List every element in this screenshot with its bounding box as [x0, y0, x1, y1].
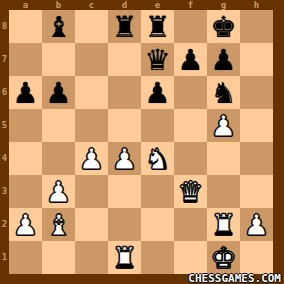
file-label-d: d [108, 0, 141, 10]
square-h3[interactable] [240, 175, 273, 208]
square-a8[interactable] [9, 10, 42, 43]
rank-label-4: 4 [0, 142, 9, 175]
square-g4[interactable] [207, 142, 240, 175]
square-d6[interactable] [108, 76, 141, 109]
square-b2[interactable]: ♝ [42, 208, 75, 241]
piece-white-pawn-h2: ♟ [240, 208, 273, 241]
square-b1[interactable] [42, 241, 75, 274]
square-h7[interactable] [240, 43, 273, 76]
piece-white-queen-f3: ♛ [174, 175, 207, 208]
square-e4[interactable]: ♞ [141, 142, 174, 175]
piece-black-pawn-b6: ♟ [42, 76, 75, 109]
piece-white-pawn-d4: ♟ [108, 142, 141, 175]
piece-black-queen-e7: ♛ [141, 43, 174, 76]
square-e5[interactable] [141, 109, 174, 142]
piece-white-pawn-a2: ♟ [9, 208, 42, 241]
square-h4[interactable] [240, 142, 273, 175]
square-e6[interactable]: ♟ [141, 76, 174, 109]
square-g7[interactable]: ♟ [207, 43, 240, 76]
piece-white-bishop-b2: ♝ [42, 208, 75, 241]
file-label-h: h [240, 0, 273, 10]
piece-white-pawn-b3: ♟ [42, 175, 75, 208]
file-label-f: f [174, 0, 207, 10]
piece-black-rook-d8: ♜ [108, 10, 141, 43]
square-g6[interactable]: ♞ [207, 76, 240, 109]
square-c7[interactable] [75, 43, 108, 76]
square-c1[interactable] [75, 241, 108, 274]
square-d1[interactable]: ♜ [108, 241, 141, 274]
square-f2[interactable] [174, 208, 207, 241]
square-b7[interactable] [42, 43, 75, 76]
rank-label-1: 1 [0, 241, 9, 274]
square-h2[interactable]: ♟ [240, 208, 273, 241]
chess-board-frame: abcdefgh 87654321 ♝♜♜♚♛♟♟♟♟♟♞♟♟♟♞♟♛♟♝♜♟♜… [0, 0, 284, 284]
square-g1[interactable]: ♚ [207, 241, 240, 274]
square-b3[interactable]: ♟ [42, 175, 75, 208]
rank-label-2: 2 [0, 208, 9, 241]
rank-label-8: 8 [0, 10, 9, 43]
square-g2[interactable]: ♜ [207, 208, 240, 241]
piece-black-rook-e8: ♜ [141, 10, 174, 43]
square-a5[interactable] [9, 109, 42, 142]
square-e8[interactable]: ♜ [141, 10, 174, 43]
piece-black-pawn-f7: ♟ [174, 43, 207, 76]
piece-black-pawn-a6: ♟ [9, 76, 42, 109]
square-h8[interactable] [240, 10, 273, 43]
file-label-e: e [141, 0, 174, 10]
square-g3[interactable] [207, 175, 240, 208]
square-c3[interactable] [75, 175, 108, 208]
square-f5[interactable] [174, 109, 207, 142]
square-d5[interactable] [108, 109, 141, 142]
square-f8[interactable] [174, 10, 207, 43]
rank-labels: 87654321 [0, 10, 9, 274]
square-c6[interactable] [75, 76, 108, 109]
rank-label-6: 6 [0, 76, 9, 109]
square-c4[interactable]: ♟ [75, 142, 108, 175]
square-c5[interactable] [75, 109, 108, 142]
square-f7[interactable]: ♟ [174, 43, 207, 76]
square-e3[interactable] [141, 175, 174, 208]
square-g8[interactable]: ♚ [207, 10, 240, 43]
piece-white-rook-g2: ♜ [207, 208, 240, 241]
square-f6[interactable] [174, 76, 207, 109]
square-h6[interactable] [240, 76, 273, 109]
square-a1[interactable] [9, 241, 42, 274]
piece-black-king-g8: ♚ [207, 10, 240, 43]
square-e7[interactable]: ♛ [141, 43, 174, 76]
square-f4[interactable] [174, 142, 207, 175]
square-a7[interactable] [9, 43, 42, 76]
square-e2[interactable] [141, 208, 174, 241]
rank-label-7: 7 [0, 43, 9, 76]
square-b8[interactable]: ♝ [42, 10, 75, 43]
square-a4[interactable] [9, 142, 42, 175]
square-f1[interactable] [174, 241, 207, 274]
square-d4[interactable]: ♟ [108, 142, 141, 175]
file-label-c: c [75, 0, 108, 10]
piece-white-king-g1: ♚ [207, 241, 240, 274]
piece-black-bishop-b8: ♝ [42, 10, 75, 43]
file-label-a: a [9, 0, 42, 10]
piece-black-knight-g6: ♞ [207, 76, 240, 109]
square-a3[interactable] [9, 175, 42, 208]
piece-white-pawn-g5: ♟ [207, 109, 240, 142]
rank-label-3: 3 [0, 175, 9, 208]
piece-black-pawn-e6: ♟ [141, 76, 174, 109]
square-d8[interactable]: ♜ [108, 10, 141, 43]
square-c8[interactable] [75, 10, 108, 43]
chess-board: ♝♜♜♚♛♟♟♟♟♟♞♟♟♟♞♟♛♟♝♜♟♜♚ [9, 10, 273, 274]
square-b5[interactable] [42, 109, 75, 142]
site-watermark: CHESSGAMES.COM [188, 273, 281, 284]
piece-black-pawn-g7: ♟ [207, 43, 240, 76]
square-d2[interactable] [108, 208, 141, 241]
square-f3[interactable]: ♛ [174, 175, 207, 208]
file-label-g: g [207, 0, 240, 10]
square-a2[interactable]: ♟ [9, 208, 42, 241]
piece-white-knight-e4: ♞ [141, 142, 174, 175]
square-h5[interactable] [240, 109, 273, 142]
file-labels: abcdefgh [9, 0, 273, 10]
piece-white-rook-d1: ♜ [108, 241, 141, 274]
rank-label-5: 5 [0, 109, 9, 142]
square-d7[interactable] [108, 43, 141, 76]
square-b4[interactable] [42, 142, 75, 175]
square-c2[interactable] [75, 208, 108, 241]
square-h1[interactable] [240, 241, 273, 274]
square-a6[interactable]: ♟ [9, 76, 42, 109]
square-g5[interactable]: ♟ [207, 109, 240, 142]
square-d3[interactable] [108, 175, 141, 208]
square-e1[interactable] [141, 241, 174, 274]
piece-white-pawn-c4: ♟ [75, 142, 108, 175]
square-b6[interactable]: ♟ [42, 76, 75, 109]
file-label-b: b [42, 0, 75, 10]
